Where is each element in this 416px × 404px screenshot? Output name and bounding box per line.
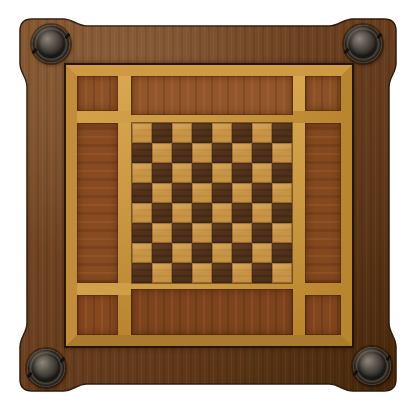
inlay-block-right-center: [305, 123, 341, 283]
checkerboard: [132, 123, 292, 283]
inlay-block-bottom-center: [131, 289, 293, 335]
medallion-dome: [350, 31, 376, 57]
square-b5[interactable]: [152, 183, 172, 203]
square-d7[interactable]: [192, 143, 212, 163]
square-b7[interactable]: [152, 143, 172, 163]
square-a5[interactable]: [132, 183, 152, 203]
square-d3[interactable]: [192, 223, 212, 243]
scene: [0, 0, 416, 404]
square-f2[interactable]: [232, 243, 252, 263]
square-a8[interactable]: [132, 123, 152, 143]
square-a1[interactable]: [132, 263, 152, 283]
medallion-dome: [359, 353, 385, 379]
square-g8[interactable]: [252, 123, 272, 143]
square-f5[interactable]: [232, 183, 252, 203]
square-d8[interactable]: [192, 123, 212, 143]
square-h4[interactable]: [272, 203, 292, 223]
square-e7[interactable]: [212, 143, 232, 163]
square-c7[interactable]: [172, 143, 192, 163]
inlay-block-bottom-left: [77, 295, 118, 335]
square-c2[interactable]: [172, 243, 192, 263]
square-g4[interactable]: [252, 203, 272, 223]
square-e1[interactable]: [212, 263, 232, 283]
square-g2[interactable]: [252, 243, 272, 263]
square-c5[interactable]: [172, 183, 192, 203]
corner-medallion-bottom-right: [353, 347, 391, 385]
square-h7[interactable]: [272, 143, 292, 163]
square-a2[interactable]: [132, 243, 152, 263]
inlay-field: [77, 76, 341, 335]
inlay-block-left-center: [77, 123, 118, 283]
square-a6[interactable]: [132, 163, 152, 183]
inlay-block-bottom-right: [305, 295, 341, 335]
medallion-dome: [38, 31, 64, 57]
square-g7[interactable]: [252, 143, 272, 163]
square-c6[interactable]: [172, 163, 192, 183]
square-f7[interactable]: [232, 143, 252, 163]
square-b3[interactable]: [152, 223, 172, 243]
square-b8[interactable]: [152, 123, 172, 143]
square-b4[interactable]: [152, 203, 172, 223]
square-e6[interactable]: [212, 163, 232, 183]
square-e5[interactable]: [212, 183, 232, 203]
square-g1[interactable]: [252, 263, 272, 283]
square-a3[interactable]: [132, 223, 152, 243]
playing-surface: [64, 63, 354, 348]
square-f1[interactable]: [232, 263, 252, 283]
square-h5[interactable]: [272, 183, 292, 203]
square-d5[interactable]: [192, 183, 212, 203]
square-d4[interactable]: [192, 203, 212, 223]
square-g3[interactable]: [252, 223, 272, 243]
square-h6[interactable]: [272, 163, 292, 183]
square-b2[interactable]: [152, 243, 172, 263]
square-e4[interactable]: [212, 203, 232, 223]
square-h3[interactable]: [272, 223, 292, 243]
inlay-block-top-right: [305, 76, 341, 111]
corner-medallion-top-right: [344, 25, 382, 63]
square-f6[interactable]: [232, 163, 252, 183]
square-f4[interactable]: [232, 203, 252, 223]
inlay-block-top-center: [131, 76, 293, 115]
square-c3[interactable]: [172, 223, 192, 243]
square-a4[interactable]: [132, 203, 152, 223]
square-h2[interactable]: [272, 243, 292, 263]
square-e3[interactable]: [212, 223, 232, 243]
square-g5[interactable]: [252, 183, 272, 203]
corner-medallion-bottom-left: [27, 349, 65, 387]
square-f3[interactable]: [232, 223, 252, 243]
square-d2[interactable]: [192, 243, 212, 263]
inlay-block-top-left: [77, 76, 118, 111]
square-g6[interactable]: [252, 163, 272, 183]
square-c4[interactable]: [172, 203, 192, 223]
square-a7[interactable]: [132, 143, 152, 163]
square-c8[interactable]: [172, 123, 192, 143]
square-h8[interactable]: [272, 123, 292, 143]
square-c1[interactable]: [172, 263, 192, 283]
medallion-dome: [33, 355, 59, 381]
corner-medallion-top-left: [32, 25, 70, 63]
board-frame: [66, 65, 352, 346]
square-d6[interactable]: [192, 163, 212, 183]
square-b1[interactable]: [152, 263, 172, 283]
square-d1[interactable]: [192, 263, 212, 283]
square-b6[interactable]: [152, 163, 172, 183]
square-e8[interactable]: [212, 123, 232, 143]
square-f8[interactable]: [232, 123, 252, 143]
square-h1[interactable]: [272, 263, 292, 283]
square-e2[interactable]: [212, 243, 232, 263]
